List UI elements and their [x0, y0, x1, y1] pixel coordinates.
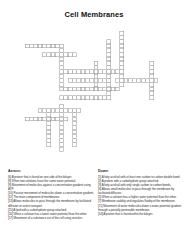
crossword-grid	[25, 31, 158, 151]
across-clue-13: [13] Allows molecules to pass through th…	[8, 199, 94, 207]
across-clue-list: [6] A protein that is found on one side …	[8, 174, 94, 220]
down-clue-11: [11] Movement of water molecules down a …	[98, 203, 184, 211]
worksheet-page: Cell Membranes Across: [6] A protein tha…	[0, 0, 188, 243]
down-clue-list: [1] A fatty acid tail with at least one …	[98, 174, 184, 215]
across-clue-17: [17] Movement of a substance out of the …	[8, 216, 94, 220]
down-heading: Down:	[98, 169, 184, 173]
down-clue-4: [4] Allows small molecules to pass throu…	[98, 187, 184, 195]
down-clue-14: [14] A protein that is found within the …	[98, 212, 184, 216]
across-heading: Across:	[8, 169, 94, 173]
grid-blank	[154, 147, 158, 151]
across-section: Across: [6] A protein that is found on o…	[8, 169, 94, 220]
across-clue-9: [9] Movement of molecules against a conc…	[8, 183, 94, 191]
clue-area: Across: [6] A protein that is found on o…	[8, 169, 184, 220]
puzzle-title: Cell Membranes	[0, 10, 188, 19]
down-section: Down: [1] A fatty acid tail with at leas…	[98, 169, 184, 220]
